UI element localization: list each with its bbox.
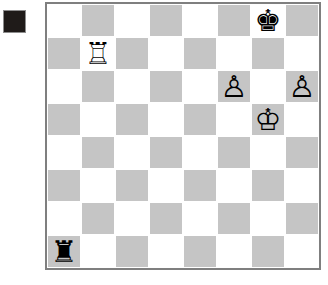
square-d5[interactable] bbox=[149, 103, 183, 136]
square-e4[interactable] bbox=[183, 136, 217, 169]
square-h3[interactable] bbox=[285, 169, 319, 202]
square-d8[interactable] bbox=[149, 4, 183, 37]
black-to-move-indicator bbox=[3, 10, 26, 33]
square-f2[interactable] bbox=[217, 202, 251, 235]
square-a6[interactable] bbox=[47, 70, 81, 103]
square-a5[interactable] bbox=[47, 103, 81, 136]
square-a3[interactable] bbox=[47, 169, 81, 202]
black-rook-a1[interactable]: ♜ bbox=[51, 235, 78, 268]
square-e3[interactable] bbox=[183, 169, 217, 202]
square-b7[interactable]: ♖ bbox=[81, 37, 115, 70]
square-c7[interactable] bbox=[115, 37, 149, 70]
square-h8[interactable] bbox=[285, 4, 319, 37]
square-h2[interactable] bbox=[285, 202, 319, 235]
square-c4[interactable] bbox=[115, 136, 149, 169]
square-a7[interactable] bbox=[47, 37, 81, 70]
square-e5[interactable] bbox=[183, 103, 217, 136]
square-b2[interactable] bbox=[81, 202, 115, 235]
square-b8[interactable] bbox=[81, 4, 115, 37]
square-h1[interactable] bbox=[285, 235, 319, 268]
square-a1[interactable]: ♜ bbox=[47, 235, 81, 268]
square-b4[interactable] bbox=[81, 136, 115, 169]
square-b6[interactable] bbox=[81, 70, 115, 103]
white-pawn-h6[interactable]: ♙ bbox=[289, 70, 316, 103]
square-c2[interactable] bbox=[115, 202, 149, 235]
square-c8[interactable] bbox=[115, 4, 149, 37]
square-h5[interactable] bbox=[285, 103, 319, 136]
square-g3[interactable] bbox=[251, 169, 285, 202]
square-e7[interactable] bbox=[183, 37, 217, 70]
white-pawn-f6[interactable]: ♙ bbox=[221, 70, 248, 103]
square-d1[interactable] bbox=[149, 235, 183, 268]
square-b3[interactable] bbox=[81, 169, 115, 202]
square-f7[interactable] bbox=[217, 37, 251, 70]
chess-board: ♚♖♙♙♔♜ bbox=[45, 2, 321, 270]
square-f3[interactable] bbox=[217, 169, 251, 202]
square-a2[interactable] bbox=[47, 202, 81, 235]
square-c5[interactable] bbox=[115, 103, 149, 136]
square-d3[interactable] bbox=[149, 169, 183, 202]
square-e2[interactable] bbox=[183, 202, 217, 235]
square-g5[interactable]: ♔ bbox=[251, 103, 285, 136]
square-g7[interactable] bbox=[251, 37, 285, 70]
square-f8[interactable] bbox=[217, 4, 251, 37]
square-c6[interactable] bbox=[115, 70, 149, 103]
square-g8[interactable]: ♚ bbox=[251, 4, 285, 37]
square-c3[interactable] bbox=[115, 169, 149, 202]
square-d4[interactable] bbox=[149, 136, 183, 169]
square-c1[interactable] bbox=[115, 235, 149, 268]
black-king-g8[interactable]: ♚ bbox=[255, 4, 282, 37]
square-b1[interactable] bbox=[81, 235, 115, 268]
square-a4[interactable] bbox=[47, 136, 81, 169]
square-g2[interactable] bbox=[251, 202, 285, 235]
white-king-g5[interactable]: ♔ bbox=[255, 103, 282, 136]
square-g1[interactable] bbox=[251, 235, 285, 268]
square-g4[interactable] bbox=[251, 136, 285, 169]
square-f6[interactable]: ♙ bbox=[217, 70, 251, 103]
square-d2[interactable] bbox=[149, 202, 183, 235]
square-f1[interactable] bbox=[217, 235, 251, 268]
square-h7[interactable] bbox=[285, 37, 319, 70]
square-f5[interactable] bbox=[217, 103, 251, 136]
square-e8[interactable] bbox=[183, 4, 217, 37]
square-d6[interactable] bbox=[149, 70, 183, 103]
square-f4[interactable] bbox=[217, 136, 251, 169]
square-b5[interactable] bbox=[81, 103, 115, 136]
square-e6[interactable] bbox=[183, 70, 217, 103]
square-a8[interactable] bbox=[47, 4, 81, 37]
square-h6[interactable]: ♙ bbox=[285, 70, 319, 103]
square-h4[interactable] bbox=[285, 136, 319, 169]
square-g6[interactable] bbox=[251, 70, 285, 103]
square-d7[interactable] bbox=[149, 37, 183, 70]
square-e1[interactable] bbox=[183, 235, 217, 268]
white-rook-b7[interactable]: ♖ bbox=[85, 37, 112, 70]
chess-diagram-page: ♚♖♙♙♔♜ bbox=[0, 0, 328, 285]
